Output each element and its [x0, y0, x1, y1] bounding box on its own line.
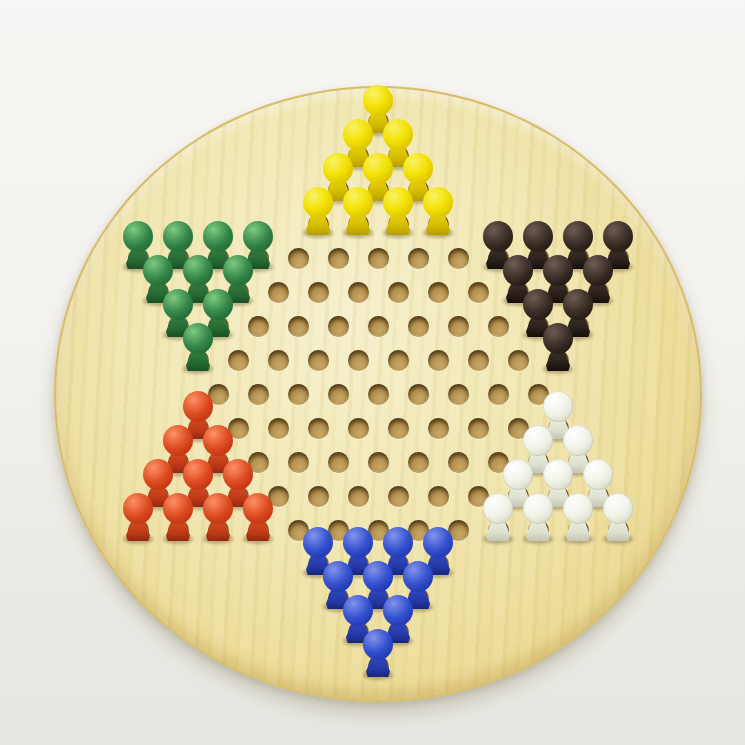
board-cell — [308, 343, 328, 377]
board-cell — [388, 207, 408, 241]
board-cell — [288, 309, 308, 343]
board-cell — [308, 411, 328, 445]
peg-head — [123, 221, 153, 252]
board-cell — [328, 309, 348, 343]
board-cell — [428, 207, 448, 241]
board-hole[interactable] — [448, 384, 469, 405]
peg-head — [163, 425, 193, 456]
yellow-peg[interactable] — [342, 187, 374, 235]
peg-head — [563, 289, 593, 320]
peg-head — [223, 255, 253, 286]
board-cell — [488, 309, 508, 343]
peg-head — [543, 255, 573, 286]
board-cell — [208, 513, 228, 547]
board-hole[interactable] — [428, 486, 449, 507]
board-cell — [408, 241, 428, 275]
board-hole[interactable] — [328, 248, 349, 269]
peg-head — [383, 187, 413, 218]
board-cell — [408, 309, 428, 343]
board-cell — [368, 445, 388, 479]
white-peg[interactable] — [482, 493, 514, 541]
peg-head — [303, 527, 333, 558]
peg-head — [543, 391, 573, 422]
peg-head — [203, 493, 233, 524]
peg-head — [403, 153, 433, 184]
board-cell — [408, 445, 428, 479]
peg-head — [523, 289, 553, 320]
board-cell — [328, 241, 348, 275]
board-hole[interactable] — [508, 350, 529, 371]
board-cell — [468, 343, 488, 377]
peg-head — [183, 459, 213, 490]
yellow-peg[interactable] — [382, 187, 414, 235]
peg-head — [543, 323, 573, 354]
white-peg[interactable] — [522, 493, 554, 541]
peg-head — [183, 323, 213, 354]
yellow-peg[interactable] — [302, 187, 334, 235]
peg-head — [143, 459, 173, 490]
board-cell — [608, 513, 628, 547]
board-hole[interactable] — [288, 316, 309, 337]
board-hole[interactable] — [228, 350, 249, 371]
board-cell — [428, 411, 448, 445]
peg-head — [223, 459, 253, 490]
board-hole[interactable] — [308, 418, 329, 439]
peg-head — [583, 459, 613, 490]
peg-head — [483, 221, 513, 252]
peg-head — [343, 527, 373, 558]
board-cell — [308, 207, 328, 241]
board-cell — [188, 343, 208, 377]
board-hole[interactable] — [368, 316, 389, 337]
peg-head — [503, 255, 533, 286]
chinese-checkers-board — [54, 86, 702, 702]
peg-head — [203, 425, 233, 456]
board-cell — [268, 343, 288, 377]
board-hole[interactable] — [268, 282, 289, 303]
board-hole[interactable] — [308, 486, 329, 507]
board-hole[interactable] — [428, 350, 449, 371]
board-hole[interactable] — [328, 316, 349, 337]
board-cell — [128, 513, 148, 547]
board-cell — [368, 241, 388, 275]
board-cell — [268, 275, 288, 309]
peg-head — [363, 85, 393, 116]
board-hole[interactable] — [368, 248, 389, 269]
black-peg[interactable] — [542, 323, 574, 371]
board-hole[interactable] — [248, 316, 269, 337]
peg-head — [523, 221, 553, 252]
peg-head — [403, 561, 433, 592]
peg-head — [163, 289, 193, 320]
board-cell — [328, 445, 348, 479]
photo-scene — [0, 0, 745, 745]
board-cell — [388, 411, 408, 445]
board-cell — [308, 479, 328, 513]
board-cell — [308, 275, 328, 309]
peg-head — [123, 493, 153, 524]
peg-head — [423, 527, 453, 558]
green-peg[interactable] — [182, 323, 214, 371]
board-hole[interactable] — [388, 282, 409, 303]
peg-head — [503, 459, 533, 490]
board-cell — [488, 513, 508, 547]
board-hole[interactable] — [268, 350, 289, 371]
peg-head — [163, 493, 193, 524]
peg-head — [343, 119, 373, 150]
board-cell — [288, 241, 308, 275]
red-peg[interactable] — [162, 493, 194, 541]
white-peg[interactable] — [562, 493, 594, 541]
board-cell — [508, 343, 528, 377]
board-hole[interactable] — [348, 486, 369, 507]
board-hole[interactable] — [368, 452, 389, 473]
board-hole[interactable] — [428, 282, 449, 303]
board-hole[interactable] — [328, 384, 349, 405]
peg-head — [183, 255, 213, 286]
peg-head — [583, 255, 613, 286]
board-grid — [128, 105, 628, 683]
board-cell — [368, 649, 388, 683]
board-hole[interactable] — [448, 248, 469, 269]
peg-head — [363, 153, 393, 184]
peg-head — [603, 221, 633, 252]
white-peg[interactable] — [602, 493, 634, 541]
yellow-peg[interactable] — [422, 187, 454, 235]
board-hole[interactable] — [248, 384, 269, 405]
peg-head — [383, 119, 413, 150]
board-hole[interactable] — [488, 316, 509, 337]
peg-head — [603, 493, 633, 524]
board-cell — [568, 513, 588, 547]
board-hole[interactable] — [448, 452, 469, 473]
board-hole[interactable] — [388, 350, 409, 371]
board-cell — [448, 377, 468, 411]
peg-head — [203, 289, 233, 320]
red-peg[interactable] — [202, 493, 234, 541]
red-peg[interactable] — [242, 493, 274, 541]
board-cell — [488, 377, 508, 411]
peg-head — [343, 595, 373, 626]
peg-head — [243, 221, 273, 252]
board-cell — [348, 479, 368, 513]
peg-head — [203, 221, 233, 252]
peg-head — [383, 595, 413, 626]
board-cell — [548, 343, 568, 377]
board-hole[interactable] — [428, 418, 449, 439]
board-hole[interactable] — [468, 282, 489, 303]
board-cell — [368, 309, 388, 343]
board-cell — [248, 309, 268, 343]
board-hole[interactable] — [268, 418, 289, 439]
board-cell — [448, 445, 468, 479]
board-hole[interactable] — [468, 350, 489, 371]
board-cell — [348, 207, 368, 241]
board-hole[interactable] — [328, 452, 349, 473]
peg-head — [363, 629, 393, 660]
board-hole[interactable] — [348, 282, 369, 303]
board-cell — [228, 343, 248, 377]
peg-head — [363, 561, 393, 592]
board-hole[interactable] — [468, 418, 489, 439]
peg-head — [323, 561, 353, 592]
board-hole[interactable] — [488, 384, 509, 405]
peg-head — [143, 255, 173, 286]
peg-head — [563, 221, 593, 252]
peg-head — [563, 425, 593, 456]
board-hole[interactable] — [408, 248, 429, 269]
board-hole[interactable] — [308, 282, 329, 303]
peg-head — [523, 493, 553, 524]
peg-head — [163, 221, 193, 252]
board-cell — [168, 513, 188, 547]
board-hole[interactable] — [288, 452, 309, 473]
board-cell — [388, 275, 408, 309]
peg-head — [343, 187, 373, 218]
red-peg[interactable] — [122, 493, 154, 541]
blue-peg[interactable] — [362, 629, 394, 677]
board-hole[interactable] — [288, 248, 309, 269]
board-cell — [288, 445, 308, 479]
board-cell — [428, 275, 448, 309]
peg-head — [183, 391, 213, 422]
board-hole[interactable] — [368, 384, 389, 405]
board-hole[interactable] — [308, 350, 329, 371]
board-hole[interactable] — [408, 384, 429, 405]
peg-head — [243, 493, 273, 524]
board-cell — [368, 377, 388, 411]
board-cell — [468, 275, 488, 309]
peg-head — [323, 153, 353, 184]
peg-head — [543, 459, 573, 490]
board-hole[interactable] — [388, 486, 409, 507]
board-cell — [448, 309, 468, 343]
board-cell — [268, 411, 288, 445]
board-cell — [348, 343, 368, 377]
peg-head — [383, 527, 413, 558]
board-cell — [448, 241, 468, 275]
board-cell — [388, 343, 408, 377]
peg-head — [483, 493, 513, 524]
peg-head — [303, 187, 333, 218]
board-hole[interactable] — [388, 418, 409, 439]
board-cell — [468, 411, 488, 445]
board-cell — [408, 377, 428, 411]
peg-head — [423, 187, 453, 218]
board-hole[interactable] — [348, 418, 369, 439]
board-hole[interactable] — [448, 316, 469, 337]
board-hole[interactable] — [288, 384, 309, 405]
board-hole[interactable] — [348, 350, 369, 371]
board-cell — [388, 479, 408, 513]
board-hole[interactable] — [408, 452, 429, 473]
board-cell — [528, 513, 548, 547]
board-cell — [288, 377, 308, 411]
board-cell — [348, 275, 368, 309]
peg-head — [523, 425, 553, 456]
board-hole[interactable] — [408, 316, 429, 337]
board-cell — [248, 513, 268, 547]
peg-head — [563, 493, 593, 524]
board-cell — [428, 479, 448, 513]
board-cell — [348, 411, 368, 445]
board-cell — [248, 377, 268, 411]
board-cell — [328, 377, 348, 411]
board-cell — [428, 343, 448, 377]
